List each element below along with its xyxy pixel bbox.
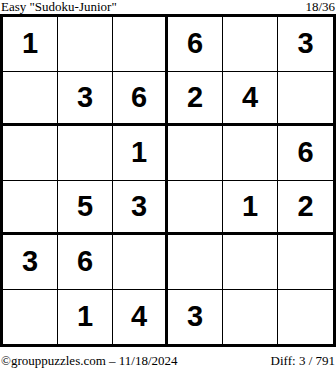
cell-r1c4[interactable]: 6 [168,17,223,72]
cell-r1c3[interactable] [113,17,168,72]
cell-r4c6[interactable]: 2 [278,181,333,236]
cell-r2c1[interactable] [3,72,58,127]
cell-r3c3[interactable]: 1 [113,126,168,181]
cell-r4c2[interactable]: 5 [58,181,113,236]
cell-r5c5[interactable] [223,235,278,290]
cell-r5c1[interactable]: 3 [3,235,58,290]
puzzle-page: Easy "Sudoku-Junior" 18/36 1 6 3 3 6 2 4… [0,0,336,370]
cell-r4c5[interactable]: 1 [223,181,278,236]
cell-r2c4[interactable]: 2 [168,72,223,127]
sudoku-grid: 1 6 3 3 6 2 4 1 6 5 3 1 2 3 6 1 4 3 [0,14,336,347]
cell-r1c6[interactable]: 3 [278,17,333,72]
cell-r3c5[interactable] [223,126,278,181]
cell-r2c5[interactable]: 4 [223,72,278,127]
puzzle-header: Easy "Sudoku-Junior" 18/36 [0,0,336,14]
cell-r3c2[interactable] [58,126,113,181]
cell-r1c2[interactable] [58,17,113,72]
footer-copyright: ©grouppuzzles.com – 11/18/2024 [1,354,178,368]
cell-r4c1[interactable] [3,181,58,236]
puzzle-footer: ©grouppuzzles.com – 11/18/2024 Diff: 3 /… [0,347,336,370]
cell-r4c3[interactable]: 3 [113,181,168,236]
cell-r5c4[interactable] [168,235,223,290]
cell-r6c5[interactable] [223,290,278,345]
cell-r2c2[interactable]: 3 [58,72,113,127]
footer-difficulty: Diff: 3 / 791 [271,354,335,368]
cell-r3c1[interactable] [3,126,58,181]
cell-r4c4[interactable] [168,181,223,236]
puzzle-title: Easy "Sudoku-Junior" [1,0,117,14]
cell-r6c1[interactable] [3,290,58,345]
cell-r2c3[interactable]: 6 [113,72,168,127]
puzzle-progress: 18/36 [305,0,335,14]
cell-r3c4[interactable] [168,126,223,181]
cell-r6c6[interactable] [278,290,333,345]
cell-r2c6[interactable] [278,72,333,127]
cell-r5c2[interactable]: 6 [58,235,113,290]
cell-r3c6[interactable]: 6 [278,126,333,181]
cell-r1c1[interactable]: 1 [3,17,58,72]
cell-r6c4[interactable]: 3 [168,290,223,345]
cell-r1c5[interactable] [223,17,278,72]
cell-r6c3[interactable]: 4 [113,290,168,345]
cell-r6c2[interactable]: 1 [58,290,113,345]
cell-r5c6[interactable] [278,235,333,290]
cell-r5c3[interactable] [113,235,168,290]
